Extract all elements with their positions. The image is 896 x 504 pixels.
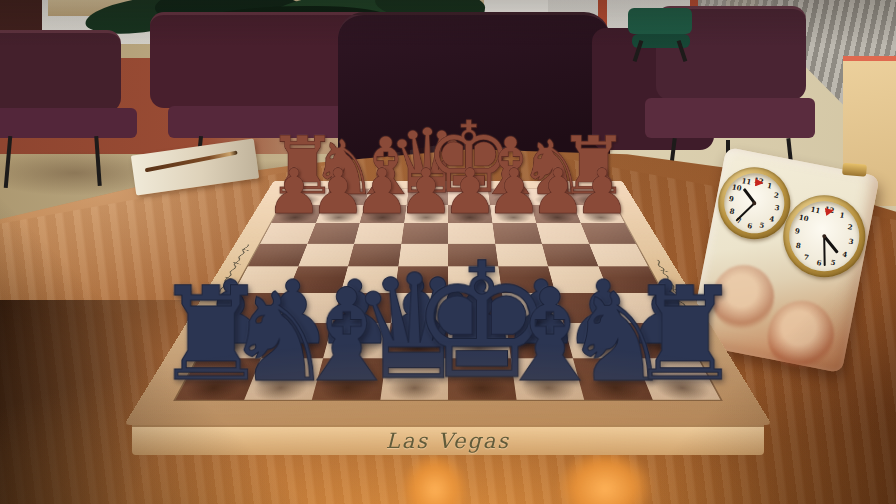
clock-numerals: 121234567891011 (797, 195, 866, 208)
black-pawn-h7[interactable]: ♟ (574, 164, 630, 220)
minute-hand (735, 203, 755, 222)
chess-game-scene: 121234567891011 121234567891011 (0, 0, 896, 504)
pencil (145, 151, 238, 172)
hour-hand (824, 235, 839, 253)
white-rook-h1[interactable]: ♜ (627, 277, 743, 394)
clock-right-dial: 121234567891011 (776, 188, 872, 284)
clock-numerals: 121234567891011 (731, 168, 790, 179)
white-rook-a1[interactable]: ♜ (153, 277, 269, 394)
clock-winder (842, 163, 867, 177)
board-front-text: Las Vegas (386, 429, 510, 453)
white-bishop-c1[interactable]: ♝ (289, 278, 404, 393)
board-front-edge: Las Vegas (132, 425, 764, 455)
white-bishop-f1[interactable]: ♝ (492, 278, 607, 393)
